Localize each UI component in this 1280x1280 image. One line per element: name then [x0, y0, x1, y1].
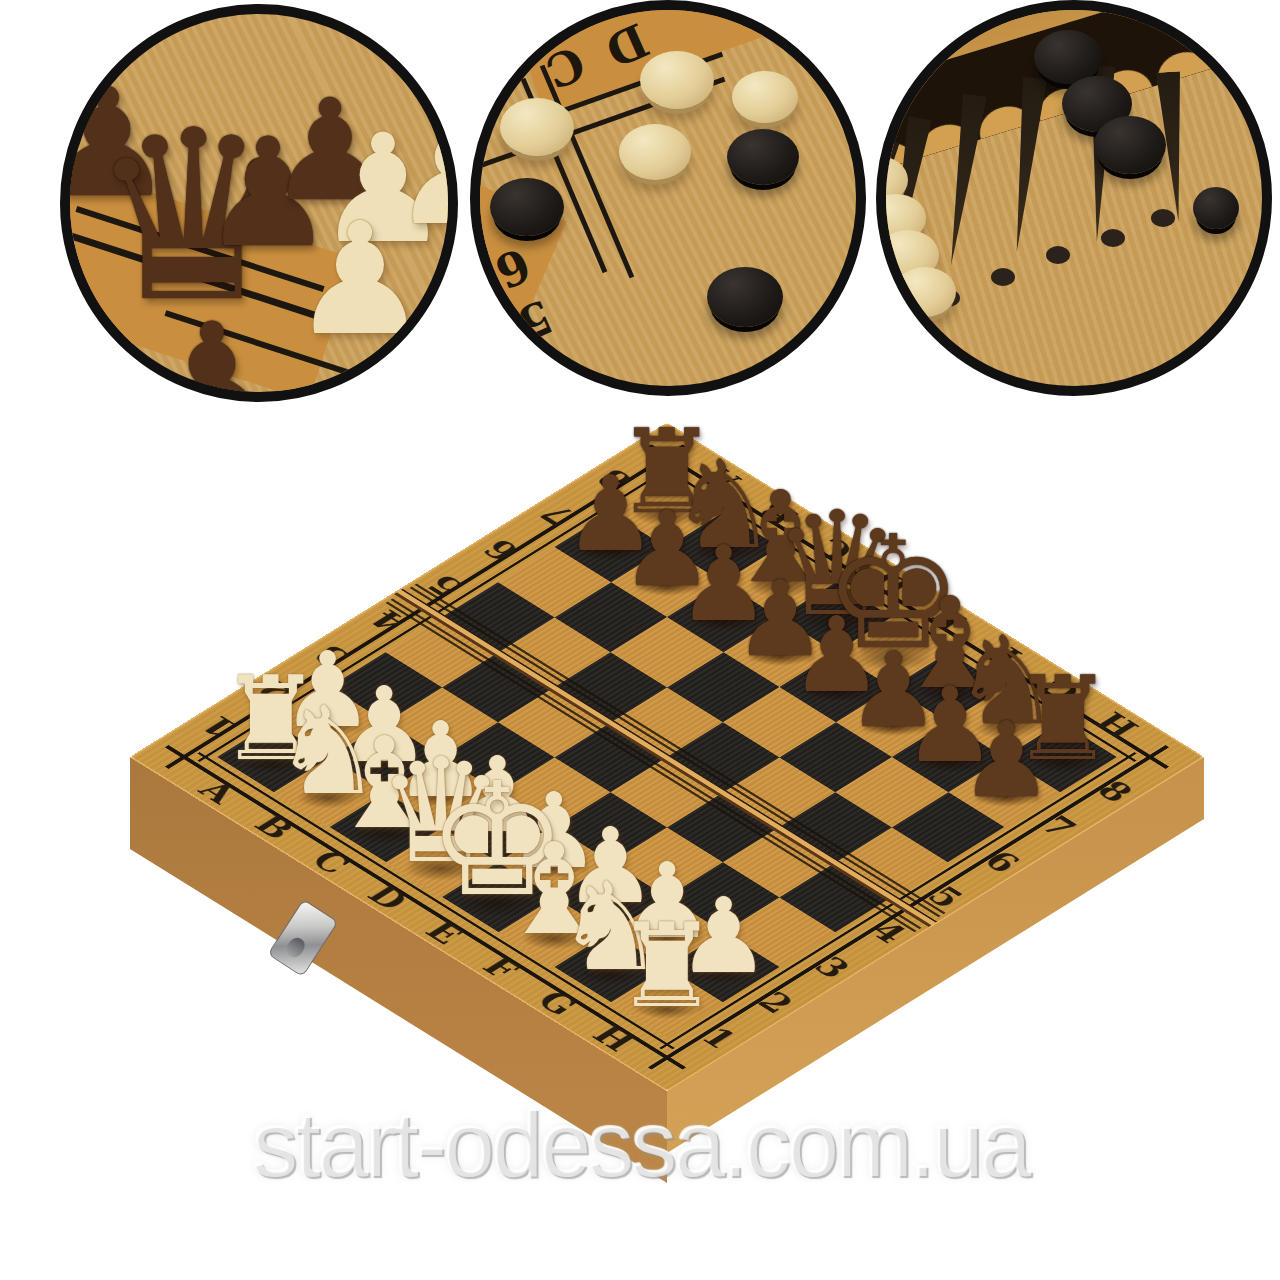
- inset-piece-dark-pawn: ♟: [145, 303, 279, 403]
- checker-dark: [490, 178, 564, 236]
- backgammon-checker-light: [894, 267, 956, 317]
- backgammon-point-dot: [991, 268, 1015, 286]
- inset-backgammon-closeup: [876, 0, 1272, 396]
- backgammon-checker-dark: [1094, 116, 1166, 174]
- backgammon-point-dot: [1046, 246, 1070, 264]
- checker-light: [640, 51, 714, 109]
- checker-dark: [727, 129, 799, 185]
- backgammon-point-dot: [1151, 209, 1175, 227]
- backgammon-checker-dark: [1193, 187, 1239, 229]
- latch-hook: [283, 935, 307, 960]
- inset-chess-closeup: ♟♛♟♟♟♟♟♟: [60, 4, 458, 402]
- checker-dark: [707, 267, 783, 327]
- backgammon-point-dot: [1101, 229, 1125, 247]
- metal-latch: [267, 899, 338, 977]
- inset-checkers-closeup: DC65: [470, 0, 866, 396]
- watermark-text: start-odessa.com.ua: [252, 1092, 1028, 1197]
- inset-piece-light-pawn: ♟: [391, 96, 458, 246]
- product-photo: ♟♛♟♟♟♟♟♟ DC65 ABCDEF: [0, 0, 1280, 1280]
- chess-board: ABCDEFGH ABCDEFGH 87654321 87654321: [130, 422, 1205, 1091]
- checker-light: [732, 71, 798, 123]
- checker-light: [500, 98, 574, 156]
- checker-light: [619, 124, 691, 180]
